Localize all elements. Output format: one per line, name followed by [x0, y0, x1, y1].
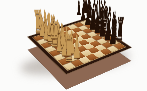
chess-board-3d: ♜♞♝♛♚♝♞♜♟♟♟♟♟♟♟♟♟♟♟♟♟♟♟♟♜♞♝♛♚♝♞♜ — [27, 17, 132, 74]
chess-set-photo: ♜♞♝♛♚♝♞♜♟♟♟♟♟♟♟♟♟♟♟♟♟♟♟♟♜♞♝♛♚♝♞♜ — [0, 0, 147, 91]
white-rook-piece[interactable]: ♜ — [62, 22, 74, 66]
square-h1[interactable]: ♜ — [62, 62, 75, 70]
black-pawn-piece[interactable]: ♟ — [107, 7, 120, 48]
